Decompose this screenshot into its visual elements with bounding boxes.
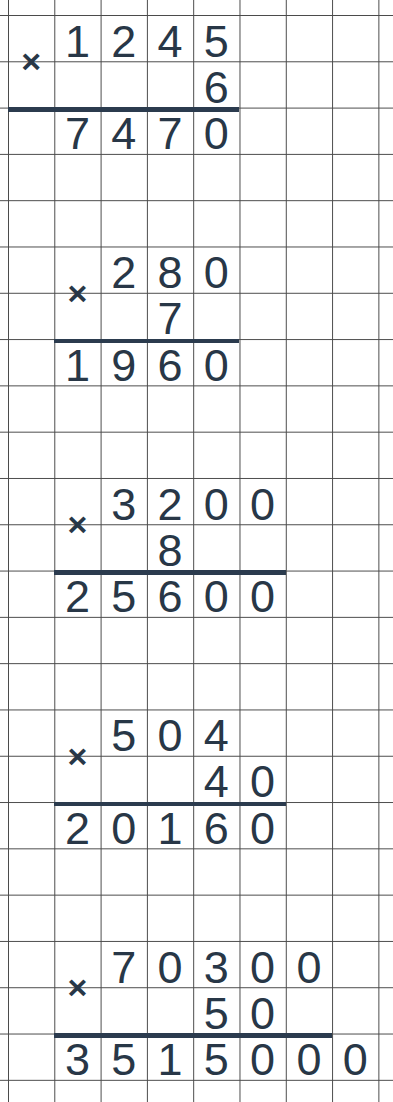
p1-multiply-sign: × xyxy=(8,15,54,108)
p3-multiplicand-digit: 0 xyxy=(193,481,239,527)
p2-product-digit: 6 xyxy=(147,342,193,388)
p5-multiplicand-digit: 3 xyxy=(193,944,239,990)
p2-product-digit: 1 xyxy=(54,342,100,388)
p3-product-digit: 2 xyxy=(54,574,100,620)
p3-product-digit: 5 xyxy=(101,574,147,620)
p3-product-digit: 0 xyxy=(193,574,239,620)
p5-product-digit: 0 xyxy=(286,1037,332,1083)
p4-multiplicand-digit: 5 xyxy=(101,712,147,758)
p5-multiply-sign: × xyxy=(54,941,100,1034)
p5-multiplier-digit: 0 xyxy=(239,990,285,1036)
p1-multiplicand-digit: 2 xyxy=(101,18,147,64)
p2-multiply-sign: × xyxy=(54,246,100,339)
p4-multiplicand-digit: 4 xyxy=(193,712,239,758)
p5-product-digit: 0 xyxy=(239,1037,285,1083)
p5-multiplier-digit: 5 xyxy=(193,990,239,1036)
p4-product-digit: 1 xyxy=(147,805,193,851)
worksheet-grid: 1 2 4 5 × 6 7 4 7 0 2 8 0 × 7 1 9 6 0 3 … xyxy=(0,0,393,1102)
p3-multiply-sign: × xyxy=(54,478,100,571)
squared-paper: 1 2 4 5 × 6 7 4 7 0 2 8 0 × 7 1 9 6 0 3 … xyxy=(0,0,393,1102)
p5-product-digit: 3 xyxy=(54,1037,100,1083)
p2-multiplicand-digit: 2 xyxy=(101,249,147,295)
p1-multiplier-digit: 6 xyxy=(193,64,239,110)
p1-multiplicand-digit: 1 xyxy=(54,18,100,64)
p5-product-digit: 0 xyxy=(332,1037,378,1083)
p2-multiplicand-digit: 8 xyxy=(147,249,193,295)
p3-multiplicand-digit: 3 xyxy=(101,481,147,527)
p5-product-digit: 5 xyxy=(193,1037,239,1083)
p3-product-digit: 0 xyxy=(239,574,285,620)
p4-product-digit: 6 xyxy=(193,805,239,851)
p4-multiplier-digit: 0 xyxy=(239,759,285,805)
p3-multiplicand-digit: 0 xyxy=(239,481,285,527)
p1-product-digit: 7 xyxy=(54,111,100,157)
p3-multiplier-digit: 8 xyxy=(147,527,193,573)
p1-multiplicand-digit: 4 xyxy=(147,18,193,64)
p5-multiplicand-digit: 0 xyxy=(239,944,285,990)
p5-product-digit: 5 xyxy=(101,1037,147,1083)
p4-multiply-sign: × xyxy=(54,709,100,802)
p1-product-digit: 7 xyxy=(147,111,193,157)
p3-product-digit: 6 xyxy=(147,574,193,620)
p5-multiplicand-digit: 0 xyxy=(147,944,193,990)
p1-product-digit: 4 xyxy=(101,111,147,157)
p1-multiplicand-digit: 5 xyxy=(193,18,239,64)
p5-product-digit: 1 xyxy=(147,1037,193,1083)
p4-product-digit: 0 xyxy=(239,805,285,851)
p2-multiplicand-digit: 0 xyxy=(193,249,239,295)
p1-product-digit: 0 xyxy=(193,111,239,157)
p5-multiplicand-digit: 0 xyxy=(286,944,332,990)
p4-multiplier-digit: 4 xyxy=(193,759,239,805)
p4-product-digit: 2 xyxy=(54,805,100,851)
p2-product-digit: 0 xyxy=(193,342,239,388)
p2-multiplier-digit: 7 xyxy=(147,296,193,342)
p4-product-digit: 0 xyxy=(101,805,147,851)
p5-multiplicand-digit: 7 xyxy=(101,944,147,990)
p3-multiplicand-digit: 2 xyxy=(147,481,193,527)
p2-product-digit: 9 xyxy=(101,342,147,388)
p4-multiplicand-digit: 0 xyxy=(147,712,193,758)
